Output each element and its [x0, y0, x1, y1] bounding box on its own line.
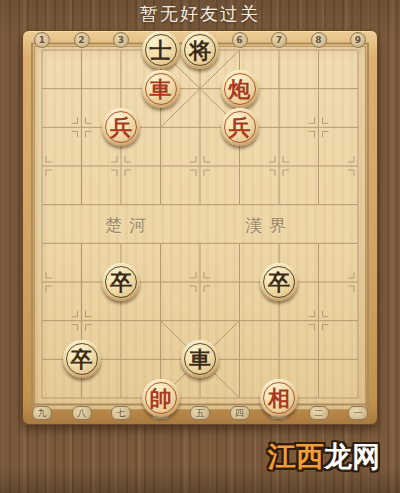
piece-red-general[interactable]: 帥	[142, 379, 180, 417]
piece-label: 炮	[229, 78, 251, 100]
piece-label: 将	[189, 39, 211, 61]
piece-label: 兵	[110, 116, 132, 138]
piece-black-pawn-b[interactable]: 卒	[260, 263, 298, 301]
piece-black-pawn-a[interactable]: 卒	[102, 263, 140, 301]
piece-label: 相	[268, 387, 290, 409]
piece-label: 士	[150, 39, 172, 61]
page-title: 暂无好友过关	[0, 0, 400, 28]
piece-label: 卒	[110, 271, 132, 293]
watermark: 江西龙网	[268, 438, 380, 476]
piece-black-advisor[interactable]: 士	[142, 31, 180, 69]
piece-label: 卒	[71, 348, 93, 370]
piece-red-chariot[interactable]: 車	[142, 70, 180, 108]
piece-label: 卒	[268, 271, 290, 293]
app-screen: 暂无好友过关 123456789 九八七六五四三二一 楚河 漢界 士将車炮兵兵卒…	[0, 0, 400, 493]
piece-black-chariot[interactable]: 車	[181, 340, 219, 378]
piece-black-general[interactable]: 将	[181, 31, 219, 69]
piece-red-elephant[interactable]: 相	[260, 379, 298, 417]
piece-label: 帥	[150, 387, 172, 409]
piece-layer: 士将車炮兵兵卒卒卒車帥相	[22, 31, 378, 418]
watermark-part1: 江西	[268, 440, 324, 473]
piece-red-pawn-a[interactable]: 兵	[102, 108, 140, 146]
piece-label: 兵	[229, 116, 251, 138]
piece-red-pawn-b[interactable]: 兵	[221, 108, 259, 146]
piece-black-pawn-c[interactable]: 卒	[63, 340, 101, 378]
watermark-part2: 龙网	[324, 440, 380, 473]
piece-label: 車	[150, 78, 172, 100]
piece-label: 車	[189, 348, 211, 370]
piece-red-cannon[interactable]: 炮	[221, 70, 259, 108]
